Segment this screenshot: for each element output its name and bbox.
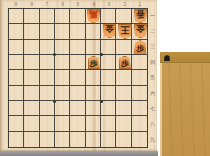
square-4三[interactable] <box>86 40 101 55</box>
square-4六[interactable] <box>86 86 101 101</box>
square-9九[interactable] <box>9 132 24 147</box>
square-7七[interactable] <box>40 101 55 116</box>
square-2一[interactable] <box>116 9 131 24</box>
square-5八[interactable] <box>70 116 85 131</box>
square-9一[interactable] <box>9 9 24 24</box>
piece-glyph: 歩 <box>90 60 98 69</box>
rank-label-3: 三 <box>149 40 157 53</box>
square-5二[interactable] <box>70 24 85 39</box>
square-2七[interactable] <box>116 101 131 116</box>
file-label-6: 6 <box>56 1 68 7</box>
file-label-3: 3 <box>103 1 115 7</box>
piece-glyph: 王 <box>120 24 129 34</box>
square-4七[interactable] <box>86 101 101 116</box>
sente-pawn[interactable]: 歩 <box>134 40 146 53</box>
shogi-diagram: 987654321 一二三四五六七八九 馬香金王金歩歩歩 <box>0 0 210 156</box>
sente-piece-icon <box>164 55 170 61</box>
square-2八[interactable] <box>116 116 131 131</box>
board-bottom-edge <box>0 151 158 156</box>
square-3六[interactable] <box>101 86 116 101</box>
gote-promoted-bishop[interactable]: 馬 <box>87 9 100 23</box>
square-9四[interactable] <box>9 55 24 70</box>
rank-label-9: 九 <box>149 133 157 146</box>
square-5九[interactable] <box>70 132 85 147</box>
square-5六[interactable] <box>70 86 85 101</box>
sente-pawn[interactable]: 歩 <box>119 56 131 69</box>
square-5一[interactable] <box>70 9 85 24</box>
square-6七[interactable] <box>55 101 70 116</box>
square-6二[interactable] <box>55 24 70 39</box>
square-9八[interactable] <box>9 116 24 131</box>
square-8八[interactable] <box>24 116 39 131</box>
square-9六[interactable] <box>9 86 24 101</box>
piece-glyph: 馬 <box>89 9 98 19</box>
square-7四[interactable] <box>40 55 55 70</box>
gote-king[interactable]: 王 <box>118 24 132 39</box>
square-6九[interactable] <box>55 132 70 147</box>
square-9五[interactable] <box>9 70 24 85</box>
square-9二[interactable] <box>9 24 24 39</box>
square-7九[interactable] <box>40 132 55 147</box>
square-1五[interactable] <box>132 70 147 85</box>
square-8二[interactable] <box>24 24 39 39</box>
square-8九[interactable] <box>24 132 39 147</box>
square-2五[interactable] <box>116 70 131 85</box>
square-4五[interactable] <box>86 70 101 85</box>
hand-tray-header <box>160 52 210 63</box>
square-2六[interactable] <box>116 86 131 101</box>
piece-glyph: 金 <box>136 24 145 34</box>
file-label-8: 8 <box>25 1 37 7</box>
square-4九[interactable] <box>86 132 101 147</box>
square-1九[interactable] <box>132 132 147 147</box>
rank-label-5: 五 <box>149 71 157 84</box>
rank-label-6: 六 <box>149 87 157 100</box>
file-label-7: 7 <box>41 1 53 7</box>
piece-glyph: 歩 <box>136 45 144 54</box>
square-8六[interactable] <box>24 86 39 101</box>
piece-glyph: 歩 <box>121 60 129 69</box>
gote-lance[interactable]: 香 <box>134 9 147 23</box>
square-4二[interactable] <box>86 24 101 39</box>
square-8三[interactable] <box>24 40 39 55</box>
square-3五[interactable] <box>101 70 116 85</box>
rank-label-7: 七 <box>149 102 157 115</box>
square-1四[interactable] <box>132 55 147 70</box>
square-1七[interactable] <box>132 101 147 116</box>
file-label-1: 1 <box>134 1 146 7</box>
square-7五[interactable] <box>40 70 55 85</box>
square-4八[interactable] <box>86 116 101 131</box>
file-label-5: 5 <box>72 1 84 7</box>
square-6六[interactable] <box>55 86 70 101</box>
rank-label-2: 二 <box>149 25 157 38</box>
square-5四[interactable] <box>70 55 85 70</box>
square-6四[interactable] <box>55 55 70 70</box>
sente-pawn[interactable]: 歩 <box>88 56 100 69</box>
square-6五[interactable] <box>55 70 70 85</box>
piece-glyph: 香 <box>136 9 145 19</box>
file-label-9: 9 <box>10 1 22 7</box>
square-5七[interactable] <box>70 101 85 116</box>
square-8一[interactable] <box>24 9 39 24</box>
shogi-board: 987654321 一二三四五六七八九 馬香金王金歩歩歩 <box>0 0 157 151</box>
star-point <box>100 100 103 103</box>
square-9三[interactable] <box>9 40 24 55</box>
square-7六[interactable] <box>40 86 55 101</box>
square-7一[interactable] <box>40 9 55 24</box>
square-1八[interactable] <box>132 116 147 131</box>
rank-label-1: 一 <box>149 9 157 22</box>
square-9七[interactable] <box>9 101 24 116</box>
piece-glyph: 金 <box>105 24 114 34</box>
sente-hand-tray <box>160 52 210 156</box>
square-5五[interactable] <box>70 70 85 85</box>
square-6一[interactable] <box>55 9 70 24</box>
square-3八[interactable] <box>101 116 116 131</box>
file-label-2: 2 <box>118 1 130 7</box>
file-label-4: 4 <box>87 1 99 7</box>
square-2三[interactable] <box>116 40 131 55</box>
star-point <box>100 53 103 56</box>
square-8五[interactable] <box>24 70 39 85</box>
square-3九[interactable] <box>101 132 116 147</box>
square-3三[interactable] <box>101 40 116 55</box>
square-5三[interactable] <box>70 40 85 55</box>
rank-label-4: 四 <box>149 56 157 69</box>
square-1六[interactable] <box>132 86 147 101</box>
square-7八[interactable] <box>40 116 55 131</box>
square-2九[interactable] <box>116 132 131 147</box>
square-3一[interactable] <box>101 9 116 24</box>
square-6八[interactable] <box>55 116 70 131</box>
star-point <box>53 100 56 103</box>
square-8七[interactable] <box>24 101 39 116</box>
square-3四[interactable] <box>101 55 116 70</box>
square-6三[interactable] <box>55 40 70 55</box>
square-8四[interactable] <box>24 55 39 70</box>
square-3七[interactable] <box>101 101 116 116</box>
rank-label-8: 八 <box>149 118 157 131</box>
square-7二[interactable] <box>40 24 55 39</box>
